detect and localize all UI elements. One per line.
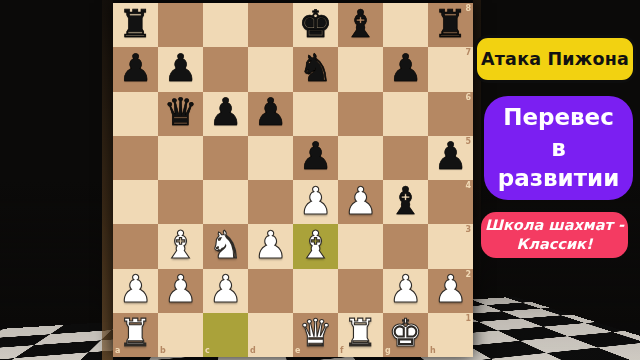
- square-a3[interactable]: [113, 224, 158, 268]
- black-pawn[interactable]: ♟: [433, 137, 467, 175]
- square-a6[interactable]: [113, 92, 158, 136]
- square-g2[interactable]: ♟: [383, 269, 428, 313]
- square-e3[interactable]: ♝: [293, 224, 338, 268]
- square-e7[interactable]: ♞: [293, 47, 338, 91]
- white-pawn[interactable]: ♟: [163, 270, 197, 308]
- square-d5[interactable]: [248, 136, 293, 180]
- black-rook[interactable]: ♜: [433, 5, 467, 43]
- banner-chess-school: Школа шахмат - Классик!: [481, 212, 628, 258]
- white-bishop[interactable]: ♝: [163, 226, 197, 264]
- square-f3[interactable]: [338, 224, 383, 268]
- black-pawn[interactable]: ♟: [388, 49, 422, 87]
- square-b1[interactable]: b: [158, 313, 203, 357]
- white-rook[interactable]: ♜: [343, 314, 377, 352]
- rank-label-3: 3: [465, 226, 471, 234]
- square-h2[interactable]: 2♟: [428, 269, 473, 313]
- white-queen[interactable]: ♛: [298, 314, 332, 352]
- square-b3[interactable]: ♝: [158, 224, 203, 268]
- square-a4[interactable]: [113, 180, 158, 224]
- banner-school-line-2: Классик!: [481, 235, 628, 254]
- rank-label-4: 4: [465, 182, 471, 190]
- square-g7[interactable]: ♟: [383, 47, 428, 91]
- black-rook[interactable]: ♜: [118, 5, 152, 43]
- square-c6[interactable]: ♟: [203, 92, 248, 136]
- banner-attack-text: Атака Пижона: [477, 49, 633, 69]
- square-h4[interactable]: 4: [428, 180, 473, 224]
- square-g4[interactable]: ♝: [383, 180, 428, 224]
- square-g1[interactable]: g♚: [383, 313, 428, 357]
- square-e6[interactable]: [293, 92, 338, 136]
- square-d6[interactable]: ♟: [248, 92, 293, 136]
- white-pawn[interactable]: ♟: [388, 270, 422, 308]
- black-bishop[interactable]: ♝: [343, 5, 377, 43]
- square-b2[interactable]: ♟: [158, 269, 203, 313]
- black-queen[interactable]: ♛: [163, 93, 197, 131]
- white-pawn[interactable]: ♟: [433, 270, 467, 308]
- square-e5[interactable]: ♟: [293, 136, 338, 180]
- square-c8[interactable]: [203, 3, 248, 47]
- square-d3[interactable]: ♟: [248, 224, 293, 268]
- file-label-d: d: [250, 347, 256, 355]
- white-rook[interactable]: ♜: [118, 314, 152, 352]
- square-e4[interactable]: ♟: [293, 180, 338, 224]
- board-left-rim: [102, 0, 113, 360]
- file-label-b: b: [160, 347, 166, 355]
- rank-label-7: 7: [465, 49, 471, 57]
- white-pawn[interactable]: ♟: [253, 226, 287, 264]
- square-f6[interactable]: [338, 92, 383, 136]
- square-a1[interactable]: a♜: [113, 313, 158, 357]
- square-e2[interactable]: [293, 269, 338, 313]
- square-f4[interactable]: ♟: [338, 180, 383, 224]
- chess-board[interactable]: ♜♚♝8♜♟♟♞♟7♛♟♟6♟5♟♟♟♝4♝♞♟♝3♟♟♟♟2♟a♜bcde♛f…: [113, 3, 473, 357]
- square-h1[interactable]: h1: [428, 313, 473, 357]
- white-pawn[interactable]: ♟: [343, 182, 377, 220]
- square-c1[interactable]: c: [203, 313, 248, 357]
- square-h8[interactable]: 8♜: [428, 3, 473, 47]
- video-frame: ♜♚♝8♜♟♟♞♟7♛♟♟6♟5♟♟♟♝4♝♞♟♝3♟♟♟♟2♟a♜bcde♛f…: [0, 0, 640, 360]
- square-e8[interactable]: ♚: [293, 3, 338, 47]
- square-d4[interactable]: [248, 180, 293, 224]
- square-h6[interactable]: 6: [428, 92, 473, 136]
- square-h7[interactable]: 7: [428, 47, 473, 91]
- black-king[interactable]: ♚: [298, 5, 332, 43]
- rank-label-6: 6: [465, 94, 471, 102]
- square-d2[interactable]: [248, 269, 293, 313]
- banner-school-line-1: Школа шахмат -: [481, 216, 628, 235]
- square-c5[interactable]: [203, 136, 248, 180]
- black-pawn[interactable]: ♟: [118, 49, 152, 87]
- square-g8[interactable]: [383, 3, 428, 47]
- rank-label-1: 1: [465, 315, 471, 323]
- file-label-c: c: [205, 347, 210, 355]
- white-pawn[interactable]: ♟: [298, 182, 332, 220]
- square-a5[interactable]: [113, 136, 158, 180]
- black-pawn[interactable]: ♟: [253, 93, 287, 131]
- square-g6[interactable]: [383, 92, 428, 136]
- square-f8[interactable]: ♝: [338, 3, 383, 47]
- square-c2[interactable]: ♟: [203, 269, 248, 313]
- square-h5[interactable]: 5♟: [428, 136, 473, 180]
- white-king[interactable]: ♚: [388, 314, 422, 352]
- square-a2[interactable]: ♟: [113, 269, 158, 313]
- white-pawn[interactable]: ♟: [208, 270, 242, 308]
- square-b5[interactable]: [158, 136, 203, 180]
- banner-advantage-line-2: в: [484, 133, 633, 163]
- square-a7[interactable]: ♟: [113, 47, 158, 91]
- square-f5[interactable]: [338, 136, 383, 180]
- square-c3[interactable]: ♞: [203, 224, 248, 268]
- banner-attack-title: Атака Пижона: [474, 35, 636, 83]
- white-knight[interactable]: ♞: [208, 226, 242, 264]
- banner-development-advantage: Перевес в развитии: [484, 96, 633, 200]
- white-bishop[interactable]: ♝: [298, 226, 332, 264]
- square-a8[interactable]: ♜: [113, 3, 158, 47]
- square-d7[interactable]: [248, 47, 293, 91]
- square-f1[interactable]: f♜: [338, 313, 383, 357]
- black-pawn[interactable]: ♟: [298, 137, 332, 175]
- square-f7[interactable]: [338, 47, 383, 91]
- square-b8[interactable]: [158, 3, 203, 47]
- white-pawn[interactable]: ♟: [118, 270, 152, 308]
- square-h3[interactable]: 3: [428, 224, 473, 268]
- square-e1[interactable]: e♛: [293, 313, 338, 357]
- black-knight[interactable]: ♞: [298, 49, 332, 87]
- square-c4[interactable]: [203, 180, 248, 224]
- black-bishop[interactable]: ♝: [388, 182, 422, 220]
- square-f2[interactable]: [338, 269, 383, 313]
- square-b7[interactable]: ♟: [158, 47, 203, 91]
- file-label-h: h: [430, 347, 436, 355]
- banner-advantage-line-3: развитии: [484, 163, 633, 193]
- square-g5[interactable]: [383, 136, 428, 180]
- square-b6[interactable]: ♛: [158, 92, 203, 136]
- square-c7[interactable]: [203, 47, 248, 91]
- square-b4[interactable]: [158, 180, 203, 224]
- black-pawn[interactable]: ♟: [208, 93, 242, 131]
- square-g3[interactable]: [383, 224, 428, 268]
- banner-advantage-line-1: Перевес: [484, 102, 633, 132]
- square-d1[interactable]: d: [248, 313, 293, 357]
- square-d8[interactable]: [248, 3, 293, 47]
- black-pawn[interactable]: ♟: [163, 49, 197, 87]
